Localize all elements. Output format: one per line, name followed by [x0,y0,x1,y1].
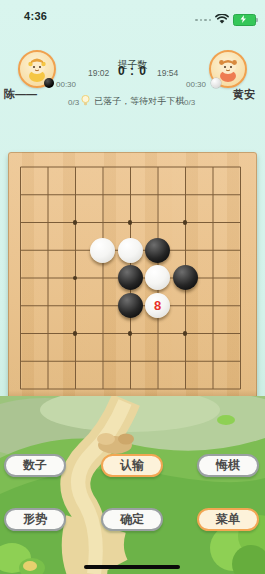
star-point [183,220,188,225]
white-stone [118,238,143,263]
landscape-background [0,396,265,574]
right-main-timer: 19:54 [157,68,178,78]
clock-time: 4:36 [24,10,47,22]
turn-status-row: 已落子，等待对手下棋 [0,95,265,108]
status-icons [195,11,256,29]
star-point [73,331,78,336]
resign-button[interactable]: 认输 [101,454,163,477]
left-main-timer: 19:02 [88,68,109,78]
cellular-signal-icon [195,19,211,22]
white-stone [145,265,170,290]
undo-move-button[interactable]: 悔棋 [197,454,259,477]
menu-button[interactable]: 菜单 [197,508,259,531]
black-stone [145,238,170,263]
wifi-icon [215,11,229,29]
left-move-timer: 00:30 [56,80,76,89]
black-stone [173,265,198,290]
go-app-screen: 4:36 [0,0,265,574]
confirm-button[interactable]: 确定 [101,508,163,531]
star-point [73,276,78,281]
star-point [128,220,133,225]
count-stones-button[interactable]: 数子 [4,454,66,477]
left-player-stone-color-badge [44,78,54,88]
territory-button[interactable]: 形势 [4,508,66,531]
white-stone [90,238,115,263]
white-stone: 8 [145,293,170,318]
star-point [73,220,78,225]
right-player-stone-color-badge [211,78,221,88]
black-stone [118,293,143,318]
board-grid: 8 [6,153,254,403]
battery-icon [233,14,256,26]
home-indicator[interactable] [84,565,180,569]
right-move-timer: 00:30 [186,80,206,89]
capture-score: 0 : 0 [0,64,265,78]
lightbulb-icon [81,95,90,108]
status-bar: 4:36 [0,0,265,32]
star-point [183,331,188,336]
last-move-number: 8 [145,293,170,318]
black-stone [118,265,143,290]
turn-status-message: 已落子，等待对手下棋 [94,96,184,106]
star-point [128,331,133,336]
go-board[interactable]: 8 [8,152,257,400]
